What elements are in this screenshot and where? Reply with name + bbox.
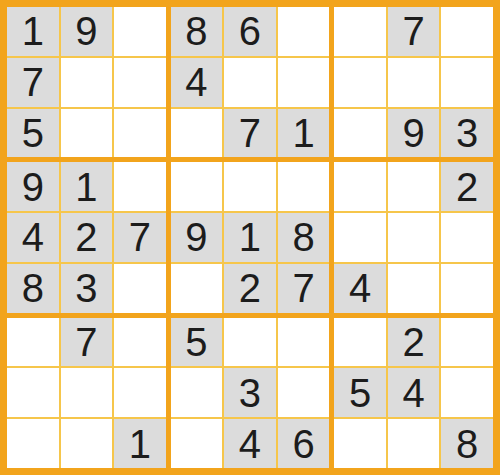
cell-r1c4[interactable]: 8 [171,7,223,56]
cell-r6c7[interactable]: 4 [334,264,386,313]
cell-r1c1[interactable]: 1 [7,7,59,56]
cell-r6c4[interactable] [171,264,223,313]
cell-r4c4[interactable] [171,162,223,211]
cell-r9c7[interactable] [334,419,386,468]
cell-r6c6[interactable]: 7 [278,264,330,313]
cell-r3c5[interactable]: 7 [224,109,276,158]
cell-r1c8[interactable]: 7 [388,7,440,56]
cell-r6c5[interactable]: 2 [224,264,276,313]
cell-r8c2[interactable] [61,368,113,417]
cell-r4c1[interactable]: 9 [7,162,59,211]
cell-r7c9[interactable] [441,318,493,367]
cell-r6c3[interactable] [114,264,166,313]
cell-r2c6[interactable] [278,58,330,107]
cell-r3c8[interactable]: 9 [388,109,440,158]
cell-r1c2[interactable]: 9 [61,7,113,56]
cell-r4c7[interactable] [334,162,386,211]
cell-r3c4[interactable] [171,109,223,158]
cell-r3c6[interactable]: 1 [278,109,330,158]
cell-r6c9[interactable] [441,264,493,313]
cell-r5c8[interactable] [388,213,440,262]
cell-r7c8[interactable]: 2 [388,318,440,367]
cell-r3c3[interactable] [114,109,166,158]
cell-r3c9[interactable]: 3 [441,109,493,158]
cell-r9c4[interactable] [171,419,223,468]
box-r1c3: 793 [334,7,493,157]
box-r2c2: 91827 [171,162,330,312]
cell-r8c9[interactable] [441,368,493,417]
cell-r2c8[interactable] [388,58,440,107]
cell-r8c4[interactable] [171,368,223,417]
cell-r8c5[interactable]: 3 [224,368,276,417]
cell-r2c2[interactable] [61,58,113,107]
cell-r4c5[interactable] [224,162,276,211]
cell-r1c6[interactable] [278,7,330,56]
box-r1c1: 1975 [7,7,166,157]
cell-r9c8[interactable] [388,419,440,468]
box-r3c1: 71 [7,318,166,468]
cell-r8c6[interactable] [278,368,330,417]
cell-r7c2[interactable]: 7 [61,318,113,367]
box-r1c2: 86471 [171,7,330,157]
cell-r1c9[interactable] [441,7,493,56]
cell-r2c7[interactable] [334,58,386,107]
cell-r7c3[interactable] [114,318,166,367]
cell-r2c4[interactable]: 4 [171,58,223,107]
cell-r4c2[interactable]: 1 [61,162,113,211]
cell-r1c5[interactable]: 6 [224,7,276,56]
cell-r7c4[interactable]: 5 [171,318,223,367]
cell-r5c3[interactable]: 7 [114,213,166,262]
cell-r2c1[interactable]: 7 [7,58,59,107]
cell-r5c2[interactable]: 2 [61,213,113,262]
sudoku-board: 197586471793914278391827247153462548 [0,0,500,475]
box-r3c3: 2548 [334,318,493,468]
cell-r3c2[interactable] [61,109,113,158]
cell-r7c6[interactable] [278,318,330,367]
cell-r4c8[interactable] [388,162,440,211]
cell-r3c1[interactable]: 5 [7,109,59,158]
cell-r7c7[interactable] [334,318,386,367]
cell-r4c3[interactable] [114,162,166,211]
cell-r9c1[interactable] [7,419,59,468]
cell-r8c1[interactable] [7,368,59,417]
cell-r6c2[interactable]: 3 [61,264,113,313]
cell-r8c8[interactable]: 4 [388,368,440,417]
cell-r5c4[interactable]: 9 [171,213,223,262]
cell-r4c9[interactable]: 2 [441,162,493,211]
cell-r5c7[interactable] [334,213,386,262]
cell-r9c5[interactable]: 4 [224,419,276,468]
cell-r1c3[interactable] [114,7,166,56]
cell-r5c6[interactable]: 8 [278,213,330,262]
cell-r5c9[interactable] [441,213,493,262]
cell-r6c1[interactable]: 8 [7,264,59,313]
cell-r3c7[interactable] [334,109,386,158]
cell-r7c5[interactable] [224,318,276,367]
box-r2c3: 24 [334,162,493,312]
cell-r2c9[interactable] [441,58,493,107]
cell-r5c5[interactable]: 1 [224,213,276,262]
cell-r6c8[interactable] [388,264,440,313]
cell-r9c9[interactable]: 8 [441,419,493,468]
cell-r7c1[interactable] [7,318,59,367]
cell-r9c3[interactable]: 1 [114,419,166,468]
cell-r5c1[interactable]: 4 [7,213,59,262]
cell-r1c7[interactable] [334,7,386,56]
cell-r8c7[interactable]: 5 [334,368,386,417]
cell-r2c3[interactable] [114,58,166,107]
cell-r8c3[interactable] [114,368,166,417]
cell-r9c2[interactable] [61,419,113,468]
cell-r9c6[interactable]: 6 [278,419,330,468]
cell-r2c5[interactable] [224,58,276,107]
box-r2c1: 9142783 [7,162,166,312]
box-r3c2: 5346 [171,318,330,468]
cell-r4c6[interactable] [278,162,330,211]
